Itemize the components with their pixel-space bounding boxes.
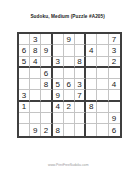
cell-r1c6[interactable] bbox=[75, 34, 86, 45]
cell-r1c8[interactable] bbox=[97, 34, 108, 45]
cell-r2c3[interactable]: 9 bbox=[41, 45, 52, 56]
cell-r6c5[interactable] bbox=[64, 90, 75, 101]
page-title-text: Sudoku, Medium (Puzzle #A205) bbox=[31, 13, 106, 18]
cell-r8c4[interactable] bbox=[53, 113, 64, 124]
cell-r7c3[interactable] bbox=[41, 102, 52, 113]
cell-r6c9[interactable] bbox=[109, 90, 120, 101]
cell-r5c8[interactable] bbox=[97, 79, 108, 90]
cell-r1c5[interactable]: 9 bbox=[64, 34, 75, 45]
cell-r8c2[interactable] bbox=[30, 113, 41, 124]
cell-r1c3[interactable] bbox=[41, 34, 52, 45]
cell-r3c9[interactable]: 2 bbox=[109, 57, 120, 68]
cell-r4c6[interactable] bbox=[75, 68, 86, 79]
cell-r3c4[interactable]: 3 bbox=[53, 57, 64, 68]
cell-r4c4[interactable] bbox=[53, 68, 64, 79]
cell-r9c2[interactable]: 9 bbox=[30, 124, 41, 135]
cell-r4c9[interactable] bbox=[109, 68, 120, 79]
cell-r3c3[interactable] bbox=[41, 57, 52, 68]
sudoku-print-page: Sudoku, Medium (Puzzle #A205) 3976894354… bbox=[0, 0, 136, 176]
cell-r6c2[interactable] bbox=[30, 90, 41, 101]
cell-r2c9[interactable]: 3 bbox=[109, 45, 120, 56]
cell-r1c9[interactable]: 7 bbox=[109, 34, 120, 45]
cell-r5c5[interactable]: 6 bbox=[64, 79, 75, 90]
cell-r2c8[interactable] bbox=[97, 45, 108, 56]
cell-r4c7[interactable] bbox=[86, 68, 97, 79]
cell-r7c2[interactable] bbox=[30, 102, 41, 113]
cell-r1c1[interactable] bbox=[19, 34, 30, 45]
cell-r2c1[interactable]: 6 bbox=[19, 45, 30, 56]
cell-r8c7[interactable] bbox=[86, 113, 97, 124]
cell-r9c4[interactable]: 8 bbox=[53, 124, 64, 135]
cell-r9c6[interactable] bbox=[75, 124, 86, 135]
cell-r6c1[interactable]: 3 bbox=[19, 90, 30, 101]
cell-r5c9[interactable]: 4 bbox=[109, 79, 120, 90]
cell-r7c4[interactable]: 4 bbox=[53, 102, 64, 113]
cell-r3c2[interactable]: 4 bbox=[30, 57, 41, 68]
cell-r6c4[interactable]: 9 bbox=[53, 90, 64, 101]
cell-r7c7[interactable]: 8 bbox=[86, 102, 97, 113]
cell-r5c1[interactable] bbox=[19, 79, 30, 90]
cell-r4c8[interactable] bbox=[97, 68, 108, 79]
cell-r2c2[interactable]: 8 bbox=[30, 45, 41, 56]
cell-r9c5[interactable] bbox=[64, 124, 75, 135]
cell-r4c1[interactable] bbox=[19, 68, 30, 79]
cell-r9c1[interactable] bbox=[19, 124, 30, 135]
cell-r8c9[interactable]: 9 bbox=[109, 113, 120, 124]
cell-r4c2[interactable] bbox=[30, 68, 41, 79]
cell-r7c9[interactable] bbox=[109, 102, 120, 113]
cell-r9c3[interactable]: 2 bbox=[41, 124, 52, 135]
cell-r1c4[interactable] bbox=[53, 34, 64, 45]
cell-r5c3[interactable]: 8 bbox=[41, 79, 52, 90]
cell-r6c3[interactable] bbox=[41, 90, 52, 101]
cell-r2c7[interactable]: 4 bbox=[86, 45, 97, 56]
footer-url-text: www.PrintFreeSudoku.com bbox=[48, 162, 89, 166]
cell-r8c1[interactable] bbox=[19, 113, 30, 124]
cell-r2c6[interactable] bbox=[75, 45, 86, 56]
cell-r7c6[interactable] bbox=[75, 102, 86, 113]
cell-r9c8[interactable] bbox=[97, 124, 108, 135]
cell-r5c7[interactable] bbox=[86, 79, 97, 90]
cell-r8c3[interactable] bbox=[41, 113, 52, 124]
cell-r2c5[interactable] bbox=[64, 45, 75, 56]
cell-r6c6[interactable]: 7 bbox=[75, 90, 86, 101]
cell-r7c5[interactable]: 2 bbox=[64, 102, 75, 113]
cell-r7c1[interactable]: 1 bbox=[19, 102, 30, 113]
cell-r4c5[interactable] bbox=[64, 68, 75, 79]
cell-r8c6[interactable] bbox=[75, 113, 86, 124]
cell-r4c3[interactable]: 6 bbox=[41, 68, 52, 79]
cell-r5c4[interactable]: 5 bbox=[53, 79, 64, 90]
cell-r3c7[interactable] bbox=[86, 57, 97, 68]
cell-r5c6[interactable]: 3 bbox=[75, 79, 86, 90]
cell-r6c8[interactable] bbox=[97, 90, 108, 101]
cell-r3c5[interactable] bbox=[64, 57, 75, 68]
cell-r9c9[interactable]: 6 bbox=[109, 124, 120, 135]
cell-r7c8[interactable] bbox=[97, 102, 108, 113]
cell-r3c1[interactable]: 5 bbox=[19, 57, 30, 68]
cell-r1c7[interactable] bbox=[86, 34, 97, 45]
page-title: Sudoku, Medium (Puzzle #A205) bbox=[0, 11, 136, 21]
cell-r8c8[interactable] bbox=[97, 113, 108, 124]
cell-r3c6[interactable]: 8 bbox=[75, 57, 86, 68]
cell-r2c4[interactable] bbox=[53, 45, 64, 56]
sudoku-board: 3976894354382685634397142899286 bbox=[17, 32, 122, 138]
footer: www.PrintFreeSudoku.com bbox=[0, 160, 136, 168]
cell-r5c2[interactable] bbox=[30, 79, 41, 90]
cell-r9c7[interactable] bbox=[86, 124, 97, 135]
cell-r8c5[interactable] bbox=[64, 113, 75, 124]
cell-r6c7[interactable] bbox=[86, 90, 97, 101]
cell-r3c8[interactable] bbox=[97, 57, 108, 68]
cell-r1c2[interactable]: 3 bbox=[30, 34, 41, 45]
